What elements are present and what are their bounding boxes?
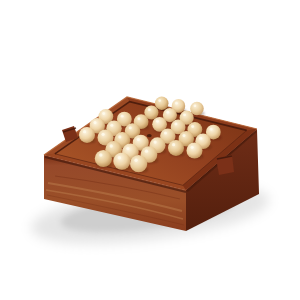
marble-highlight bbox=[174, 122, 177, 125]
marble-peg[interactable] bbox=[168, 140, 184, 156]
marble-highlight bbox=[118, 135, 121, 138]
marble-peg[interactable] bbox=[155, 97, 169, 111]
marble-highlight bbox=[137, 117, 140, 120]
marble-highlight bbox=[102, 112, 105, 115]
marble-highlight bbox=[191, 125, 194, 128]
marble-highlight bbox=[118, 156, 121, 159]
marble-peg[interactable] bbox=[79, 127, 95, 143]
marble-peg[interactable] bbox=[186, 142, 202, 158]
marble-highlight bbox=[183, 113, 186, 116]
marble-highlight bbox=[101, 133, 104, 136]
marble-highlight bbox=[166, 111, 169, 114]
marble-highlight bbox=[194, 104, 197, 107]
marble-highlight bbox=[156, 120, 159, 123]
solitaire-box-scene bbox=[0, 0, 300, 300]
marble-peg[interactable] bbox=[113, 152, 130, 169]
marble-highlight bbox=[210, 128, 213, 131]
marble-highlight bbox=[129, 126, 132, 129]
marble-highlight bbox=[175, 102, 178, 105]
product-photo bbox=[0, 0, 300, 300]
marble-highlight bbox=[158, 99, 161, 102]
marble-highlight bbox=[137, 138, 140, 141]
marble-highlight bbox=[145, 150, 148, 153]
marble-highlight bbox=[199, 137, 202, 140]
empty-center-hole[interactable] bbox=[147, 134, 152, 137]
marble-highlight bbox=[110, 124, 113, 127]
marble-highlight bbox=[190, 146, 193, 149]
marble-peg[interactable] bbox=[95, 150, 112, 167]
marble-highlight bbox=[134, 159, 137, 162]
marble-peg[interactable] bbox=[130, 155, 147, 172]
marble-highlight bbox=[121, 115, 124, 118]
marble-highlight bbox=[182, 134, 185, 137]
marble-highlight bbox=[99, 153, 102, 156]
marble-highlight bbox=[83, 130, 86, 133]
marble-highlight bbox=[148, 108, 151, 111]
marble-highlight bbox=[153, 140, 156, 143]
marble-highlight bbox=[110, 144, 113, 147]
marble-highlight bbox=[93, 121, 96, 124]
marble-highlight bbox=[126, 147, 129, 150]
marble-peg[interactable] bbox=[190, 102, 204, 116]
marble-highlight bbox=[172, 143, 175, 146]
marble-highlight bbox=[164, 131, 167, 134]
